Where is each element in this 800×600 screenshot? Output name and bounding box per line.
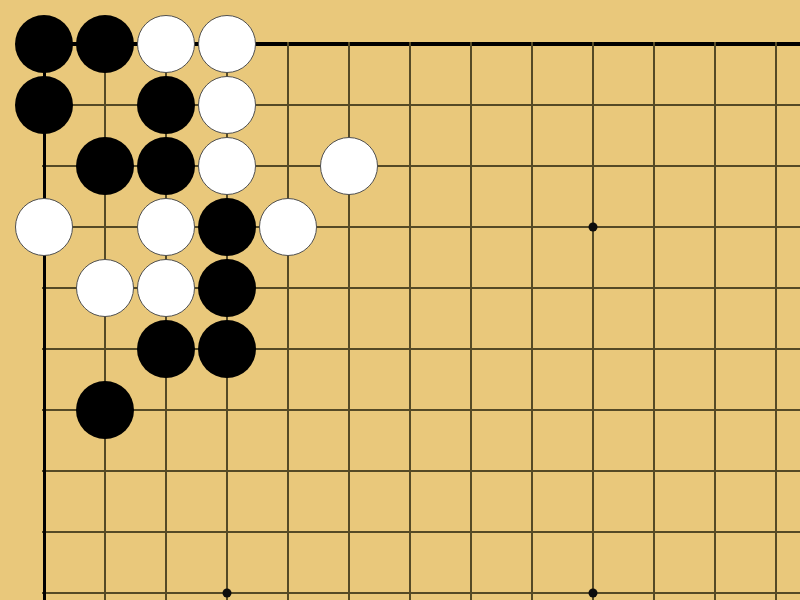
intersection-C10[interactable] — [136, 563, 197, 600]
white-stone-F17 — [320, 137, 378, 195]
intersection-F10[interactable] — [319, 563, 380, 600]
intersection-E12[interactable] — [258, 441, 319, 502]
intersection-L17[interactable] — [624, 136, 685, 197]
intersection-N10[interactable] — [746, 563, 800, 600]
intersection-D10[interactable] — [197, 563, 258, 600]
intersection-C11[interactable] — [136, 502, 197, 563]
intersection-N13[interactable] — [746, 380, 800, 441]
intersection-D19 — [197, 14, 258, 75]
intersection-D17 — [197, 136, 258, 197]
intersection-C13[interactable] — [136, 380, 197, 441]
intersection-K14[interactable] — [563, 319, 624, 380]
intersection-B11[interactable] — [75, 502, 136, 563]
intersection-F15[interactable] — [319, 258, 380, 319]
intersection-B14[interactable] — [75, 319, 136, 380]
intersection-G10[interactable] — [380, 563, 441, 600]
white-stone-A16 — [15, 198, 73, 256]
intersection-F14[interactable] — [319, 319, 380, 380]
intersection-B17 — [75, 136, 136, 197]
go-board-viewport — [0, 0, 800, 600]
intersection-K13[interactable] — [563, 380, 624, 441]
intersection-E13[interactable] — [258, 380, 319, 441]
intersection-M19[interactable] — [685, 14, 746, 75]
intersection-N16[interactable] — [746, 197, 800, 258]
intersection-K10[interactable] — [563, 563, 624, 600]
intersection-F17 — [319, 136, 380, 197]
intersection-E17[interactable] — [258, 136, 319, 197]
intersection-A14[interactable] — [14, 319, 75, 380]
intersection-K12[interactable] — [563, 441, 624, 502]
intersection-G19[interactable] — [380, 14, 441, 75]
intersection-H13[interactable] — [441, 380, 502, 441]
intersection-M12[interactable] — [685, 441, 746, 502]
intersection-N17[interactable] — [746, 136, 800, 197]
intersection-N11[interactable] — [746, 502, 800, 563]
go-board[interactable] — [14, 14, 800, 600]
intersection-A13[interactable] — [14, 380, 75, 441]
intersection-J16[interactable] — [502, 197, 563, 258]
intersection-C16 — [136, 197, 197, 258]
intersection-D18 — [197, 75, 258, 136]
intersection-J18[interactable] — [502, 75, 563, 136]
intersection-J14[interactable] — [502, 319, 563, 380]
intersection-B15 — [75, 258, 136, 319]
white-stone-D19 — [198, 15, 256, 73]
intersection-N12[interactable] — [746, 441, 800, 502]
intersection-L11[interactable] — [624, 502, 685, 563]
intersection-G13[interactable] — [380, 380, 441, 441]
intersection-C15 — [136, 258, 197, 319]
intersection-A17[interactable] — [14, 136, 75, 197]
intersection-E18[interactable] — [258, 75, 319, 136]
intersection-M18[interactable] — [685, 75, 746, 136]
intersection-A11[interactable] — [14, 502, 75, 563]
black-stone-D15 — [198, 259, 256, 317]
intersection-E11[interactable] — [258, 502, 319, 563]
intersection-F11[interactable] — [319, 502, 380, 563]
intersection-D14 — [197, 319, 258, 380]
intersection-H19[interactable] — [441, 14, 502, 75]
intersection-L19[interactable] — [624, 14, 685, 75]
intersection-K17[interactable] — [563, 136, 624, 197]
intersection-K11[interactable] — [563, 502, 624, 563]
intersection-B19 — [75, 14, 136, 75]
black-stone-D14 — [198, 320, 256, 378]
black-stone-A19 — [15, 15, 73, 73]
intersection-H10[interactable] — [441, 563, 502, 600]
intersection-L15[interactable] — [624, 258, 685, 319]
intersection-A19 — [14, 14, 75, 75]
intersection-K15[interactable] — [563, 258, 624, 319]
intersection-A18 — [14, 75, 75, 136]
white-stone-D18 — [198, 76, 256, 134]
intersection-G11[interactable] — [380, 502, 441, 563]
intersection-G16[interactable] — [380, 197, 441, 258]
intersection-E10[interactable] — [258, 563, 319, 600]
intersection-M17[interactable] — [685, 136, 746, 197]
intersection-J13[interactable] — [502, 380, 563, 441]
intersection-N18[interactable] — [746, 75, 800, 136]
black-stone-A18 — [15, 76, 73, 134]
intersection-A16 — [14, 197, 75, 258]
white-stone-C19 — [137, 15, 195, 73]
intersection-A12[interactable] — [14, 441, 75, 502]
intersection-B10[interactable] — [75, 563, 136, 600]
intersection-B12[interactable] — [75, 441, 136, 502]
intersection-C18 — [136, 75, 197, 136]
intersection-D13[interactable] — [197, 380, 258, 441]
white-stone-B15 — [76, 259, 134, 317]
intersection-M15[interactable] — [685, 258, 746, 319]
intersection-B18[interactable] — [75, 75, 136, 136]
intersection-L12[interactable] — [624, 441, 685, 502]
intersection-C19 — [136, 14, 197, 75]
intersection-D16 — [197, 197, 258, 258]
intersection-J17[interactable] — [502, 136, 563, 197]
intersection-C17 — [136, 136, 197, 197]
intersection-H14[interactable] — [441, 319, 502, 380]
intersection-F12[interactable] — [319, 441, 380, 502]
intersection-J12[interactable] — [502, 441, 563, 502]
black-stone-D16 — [198, 198, 256, 256]
intersection-H12[interactable] — [441, 441, 502, 502]
intersection-G12[interactable] — [380, 441, 441, 502]
black-stone-B13 — [76, 381, 134, 439]
intersection-F16[interactable] — [319, 197, 380, 258]
intersection-M16[interactable] — [685, 197, 746, 258]
intersection-A10[interactable] — [14, 563, 75, 600]
intersection-M13[interactable] — [685, 380, 746, 441]
intersection-N19[interactable] — [746, 14, 800, 75]
intersection-G15[interactable] — [380, 258, 441, 319]
intersection-M14[interactable] — [685, 319, 746, 380]
white-stone-C16 — [137, 198, 195, 256]
black-stone-C17 — [137, 137, 195, 195]
intersection-B13 — [75, 380, 136, 441]
intersection-K19[interactable] — [563, 14, 624, 75]
intersection-L16[interactable] — [624, 197, 685, 258]
intersection-N14[interactable] — [746, 319, 800, 380]
intersection-F19[interactable] — [319, 14, 380, 75]
intersection-H17[interactable] — [441, 136, 502, 197]
black-stone-C14 — [137, 320, 195, 378]
intersection-G14[interactable] — [380, 319, 441, 380]
intersection-J15[interactable] — [502, 258, 563, 319]
intersection-C14 — [136, 319, 197, 380]
intersection-M10[interactable] — [685, 563, 746, 600]
intersection-L10[interactable] — [624, 563, 685, 600]
intersection-K16[interactable] — [563, 197, 624, 258]
intersection-L18[interactable] — [624, 75, 685, 136]
white-stone-C15 — [137, 259, 195, 317]
intersection-H16[interactable] — [441, 197, 502, 258]
intersection-E19[interactable] — [258, 14, 319, 75]
black-stone-C18 — [137, 76, 195, 134]
intersection-L14[interactable] — [624, 319, 685, 380]
intersection-M11[interactable] — [685, 502, 746, 563]
black-stone-B17 — [76, 137, 134, 195]
white-stone-D17 — [198, 137, 256, 195]
intersection-B16[interactable] — [75, 197, 136, 258]
intersection-D12[interactable] — [197, 441, 258, 502]
intersection-C12[interactable] — [136, 441, 197, 502]
intersection-J11[interactable] — [502, 502, 563, 563]
intersection-J10[interactable] — [502, 563, 563, 600]
intersection-H18[interactable] — [441, 75, 502, 136]
intersection-E15[interactable] — [258, 258, 319, 319]
intersection-J19[interactable] — [502, 14, 563, 75]
black-stone-B19 — [76, 15, 134, 73]
intersection-G18[interactable] — [380, 75, 441, 136]
intersection-D11[interactable] — [197, 502, 258, 563]
intersection-D15 — [197, 258, 258, 319]
white-stone-E16 — [259, 198, 317, 256]
intersection-A15[interactable] — [14, 258, 75, 319]
intersection-F13[interactable] — [319, 380, 380, 441]
intersection-E16 — [258, 197, 319, 258]
intersection-L13[interactable] — [624, 380, 685, 441]
intersection-E14[interactable] — [258, 319, 319, 380]
intersection-N15[interactable] — [746, 258, 800, 319]
intersection-H15[interactable] — [441, 258, 502, 319]
intersection-G17[interactable] — [380, 136, 441, 197]
intersection-H11[interactable] — [441, 502, 502, 563]
intersection-F18[interactable] — [319, 75, 380, 136]
intersection-K18[interactable] — [563, 75, 624, 136]
